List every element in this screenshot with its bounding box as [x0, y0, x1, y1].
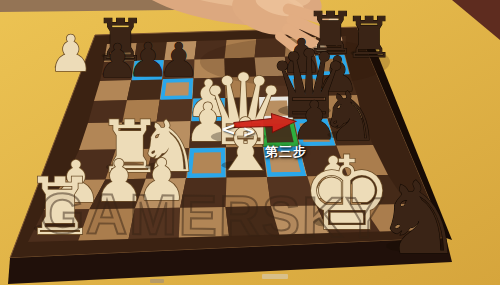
frame-hinge: [150, 279, 164, 283]
move-arrow: [229, 108, 298, 140]
tutorial-step-label: 第三步: [265, 143, 307, 161]
chessboard-3d[interactable]: ♜♜♟♟♟♟♟♟♛♟♛♟♞♜♞♝♟♟♟♟♜♚♟♜♞: [0, 0, 500, 285]
white-rook-a1[interactable]: ♜: [25, 161, 96, 253]
white-pawn-c2[interactable]: ♟: [136, 146, 188, 214]
square-e1[interactable]: [226, 206, 280, 236]
chess-game-screen: ♜♜♟♟♟♟♟♟♛♟♛♟♞♜♞♝♟♟♟♟♜♚♟♜♞ GAMERSKY < > 第…: [0, 0, 500, 285]
captured-black-knight: ♞: [374, 160, 464, 277]
frame-hinge: [262, 274, 288, 279]
captured-black-rook: ♜: [344, 5, 394, 70]
tutorial-next-arrow[interactable]: >: [243, 123, 256, 141]
captured-white-pawn: ♟: [49, 25, 94, 83]
tutorial-prev-arrow[interactable]: <: [221, 118, 236, 139]
